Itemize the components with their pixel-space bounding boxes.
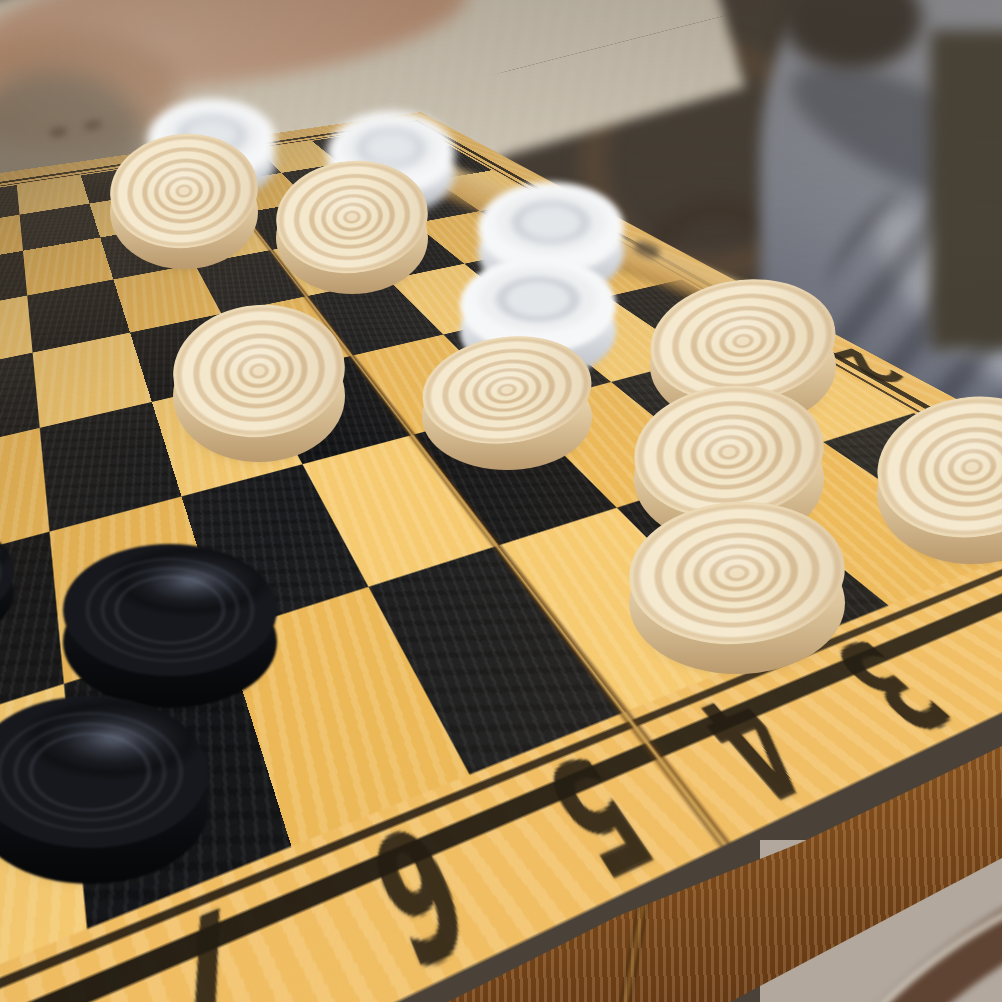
tablecloth-white-line [760, 846, 1002, 1002]
piece-shadow-wood [158, 354, 361, 479]
blurred-blanket [0, 0, 745, 302]
right-dark-area [930, 30, 1002, 350]
board-square [443, 315, 611, 407]
blurred-mark [587, 211, 614, 230]
board-square [499, 508, 765, 712]
board-grid [0, 126, 1002, 1002]
clothing-fold-shadow [773, 37, 1002, 238]
board-square [33, 333, 152, 428]
piece-side-wood [110, 155, 258, 269]
corner-shadow [0, 70, 150, 230]
board-square [611, 359, 823, 474]
piece-shadow-wood [617, 437, 841, 562]
blurred-mark [633, 239, 662, 260]
piece-top-wood [628, 376, 831, 527]
coordinate-label-6: 6 [355, 802, 489, 995]
board-square [480, 199, 604, 249]
piece-side-white [460, 283, 616, 379]
piece-shadow-black [44, 600, 297, 725]
coordinate-labels: 765432 [0, 112, 423, 186]
piece-side-white [478, 206, 624, 298]
piece-shadow-wood [610, 558, 865, 693]
board-square [20, 204, 101, 251]
board-square [302, 435, 498, 587]
blurred-chair-curve-small [640, 200, 796, 356]
blurred-person-torso [760, 0, 1002, 530]
piece-side-black [0, 548, 14, 636]
board-square [17, 175, 90, 214]
checker-piece-white: ⛀ [327, 111, 455, 215]
board-square [464, 249, 607, 315]
piece-shadow-black [0, 564, 24, 648]
tablecloth [760, 840, 1002, 1002]
board-square [368, 545, 626, 774]
piece-top-wood [415, 326, 598, 455]
board-square [90, 193, 174, 238]
checker-piece-wood: ⛀ [110, 134, 258, 269]
checker-piece-white: ⛀ [460, 257, 616, 379]
border-line-outer [0, 120, 1002, 1002]
checker-piece-white: ⛀ [148, 99, 276, 201]
piece-shadow-wood [860, 449, 1002, 582]
piece-top-black [0, 527, 14, 615]
board-square [40, 402, 182, 532]
blurred-hand [0, 0, 476, 113]
board-square [536, 235, 681, 297]
blurred-person-head [782, 0, 922, 70]
board-square [396, 146, 492, 180]
board-square [310, 191, 414, 237]
board-square [0, 251, 27, 313]
border-line-inner [0, 124, 1002, 1002]
side-face-seam-gap [618, 900, 649, 1002]
blurred-chair-curve-small [640, 200, 796, 356]
coordinate-label-3: 3 [811, 625, 975, 752]
board-square [434, 170, 542, 211]
board-square [281, 164, 373, 202]
board-square [156, 183, 243, 225]
coordinate-label-2: 2 [818, 342, 918, 390]
blurred-mark [83, 118, 103, 132]
piece-shadow-wood [262, 202, 441, 308]
piece-side-wood [650, 305, 836, 427]
piece-top-white [460, 257, 616, 353]
board-square [340, 155, 434, 191]
piece-top-white [478, 182, 624, 274]
board-square [243, 201, 344, 249]
blurred-mark [49, 125, 68, 138]
clothing-fold-stripes [820, 160, 1002, 490]
coordinate-label-5: 5 [526, 736, 674, 902]
board-square [220, 173, 310, 213]
piece-shadow-white [465, 223, 637, 310]
piece-top-wood [271, 153, 434, 280]
board-square [725, 442, 1000, 606]
piece-top-white [327, 111, 455, 195]
board-square [617, 473, 889, 655]
piece-side-wood [422, 364, 592, 470]
board-square [528, 297, 699, 382]
board-square [353, 335, 516, 435]
piece-top-black [63, 544, 277, 676]
tablecloth-band-inner [778, 908, 1002, 1002]
coordinate-label-7: 7 [159, 878, 273, 1002]
board-square [221, 296, 352, 378]
hinge-border-strip [395, 148, 820, 346]
piece-shadow-white [446, 300, 630, 391]
board-hinge-seam [188, 145, 732, 848]
board-square [201, 149, 281, 183]
board-square [182, 464, 369, 633]
checker-piece-black: ⛂ [63, 544, 277, 708]
corner-shadow [0, 70, 150, 230]
clothing-fold-stripes [820, 160, 1002, 490]
checker-piece-wood: ⛀ [173, 305, 345, 462]
piece-top-wood [642, 268, 843, 415]
blurred-chair-curve [580, 40, 832, 282]
piece-shadow-wood [633, 327, 852, 443]
board-square [516, 382, 724, 508]
piece-top-white [148, 99, 276, 181]
board-square [113, 264, 221, 332]
tablecloth [760, 840, 1002, 1002]
checker-piece-wood: ⛀ [877, 397, 1002, 564]
piece-top-wood [624, 495, 849, 652]
board-square [364, 126, 450, 155]
blurred-hand-shadow [0, 30, 180, 150]
piece-shadow-wood [407, 383, 608, 484]
offboard-background-overlay [0, 0, 1002, 1002]
checker-piece-wood: ⛀ [650, 280, 836, 427]
checker-piece-wood: ⛀ [422, 337, 592, 470]
board-square [0, 428, 50, 570]
piece-side-black [63, 576, 277, 708]
board-square [23, 237, 113, 295]
board-square [195, 250, 307, 314]
checker-piece-black: ⛂ [0, 527, 14, 636]
board-square [81, 166, 157, 203]
board-square [0, 532, 64, 741]
board-square [0, 185, 20, 226]
piece-top-wood [167, 296, 352, 445]
board-square [0, 684, 87, 1002]
board-square [130, 314, 256, 402]
checker-piece-wood: ⛀ [276, 161, 428, 294]
tablecloth-band-brown [760, 840, 1002, 1002]
board-square [64, 633, 292, 929]
board-square [414, 407, 617, 545]
board-square [607, 279, 781, 358]
board-square [312, 133, 396, 164]
piece-side-white [148, 119, 276, 201]
piece-side-white [327, 131, 455, 215]
right-dark-area [930, 30, 1002, 350]
board-square [100, 225, 195, 280]
board-square [257, 141, 340, 173]
blurred-person-head [782, 0, 922, 70]
board-shading [0, 112, 1002, 1002]
board-square [0, 215, 23, 265]
tablecloth-white-line [760, 846, 1002, 1002]
board-square [307, 279, 443, 355]
dark-backdrop [500, 0, 1002, 580]
piece-top-black [0, 696, 208, 848]
clothing-fold-shadow [773, 37, 1002, 238]
background [0, 0, 1002, 1002]
piece-side-wood [877, 424, 1002, 564]
checkers-board: 765432 [0, 112, 1002, 1002]
board-square [0, 353, 40, 456]
board-square [414, 211, 536, 264]
board-square [699, 337, 914, 442]
piece-side-wood [173, 330, 345, 462]
board-square [50, 496, 225, 683]
photo-scene: 765432 ⛀⛀⛀⛀⛀⛀⛀⛀⛀⛀⛀⛀⛂⛂⛂ [0, 0, 1002, 1002]
board-square [373, 180, 479, 223]
board-square [142, 157, 220, 192]
board-side-face [0, 0, 1002, 1002]
piece-top-wood [868, 384, 1002, 549]
checkers-pieces: ⛀⛀⛀⛀⛀⛀⛀⛀⛀⛀⛀⛀⛂⛂⛂ [0, 0, 1002, 1002]
piece-shadow-white [315, 146, 466, 226]
piece-shadow-black [0, 759, 229, 903]
checker-piece-black: ⛂ [0, 696, 208, 884]
blurred-hand [0, 0, 476, 113]
board-square [27, 279, 130, 352]
board-square [345, 223, 464, 279]
tablecloth-band-brown [760, 840, 1002, 1002]
tablecloth-band-inner [778, 908, 1002, 1002]
checker-piece-white: ⛀ [478, 182, 624, 298]
clothing-fold-highlight [849, 176, 1002, 454]
clothing-fold-highlight [849, 176, 1002, 454]
piece-side-wood [276, 182, 428, 294]
piece-shadow-wood [97, 176, 272, 284]
board-square [272, 236, 388, 296]
piece-top-wood [104, 127, 263, 256]
board-square [0, 296, 33, 375]
coordinate-label-4: 4 [677, 677, 834, 822]
dark-backdrop [500, 0, 1002, 580]
board-square [174, 213, 272, 264]
blurred-chair-curve [580, 40, 832, 282]
piece-shadow-white [136, 134, 287, 212]
board-square [152, 378, 303, 497]
board-square [224, 587, 469, 847]
board-square [388, 264, 528, 335]
blurred-hand-shadow [0, 30, 180, 150]
blurred-blanket [0, 0, 745, 302]
piece-side-wood [629, 532, 845, 674]
piece-side-black [0, 732, 208, 884]
piece-side-wood [634, 413, 824, 545]
depth-of-field-haze [0, 0, 1002, 1002]
blurred-person-torso [760, 0, 1002, 530]
checker-piece-wood: ⛀ [629, 502, 845, 674]
board-square [823, 413, 1002, 561]
checker-piece-wood: ⛀ [634, 386, 824, 545]
board-square [256, 355, 414, 464]
